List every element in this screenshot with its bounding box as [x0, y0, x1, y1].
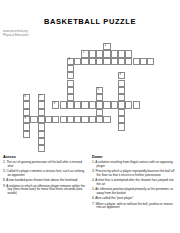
across-clue-list: 2. The act of gaining possession of the … [3, 161, 87, 195]
grid-cell[interactable] [118, 80, 125, 87]
cell-number: 7 [39, 95, 40, 98]
header-note-line2: Physical Education [3, 34, 28, 38]
grid-cell[interactable]: 7 [38, 94, 45, 101]
clue: 4. A shot that is attempted after the sh… [92, 179, 178, 186]
across-heading: Across [3, 156, 87, 160]
grid-cell[interactable] [23, 131, 30, 138]
grid-cell[interactable] [118, 58, 125, 65]
grid-cell[interactable] [38, 109, 45, 116]
cell-number: 1 [105, 44, 106, 47]
grid-cell[interactable] [111, 50, 118, 57]
grid-cell[interactable] [74, 116, 81, 123]
grid-cell[interactable]: 1 [103, 43, 110, 50]
clue: 6. Also called the "post player" [92, 197, 178, 201]
grid-cell[interactable] [89, 50, 96, 57]
grid-cell[interactable] [67, 80, 74, 87]
down-clue-list: 1. A violation resulting from illegal co… [92, 161, 178, 210]
grid-cell[interactable] [81, 101, 88, 108]
grid-cell[interactable] [96, 101, 103, 108]
grid-cell[interactable] [60, 116, 67, 123]
grid-cell[interactable] [38, 123, 45, 130]
cell-number: 2 [83, 51, 84, 54]
cell-number: 3 [68, 58, 69, 61]
grid-cell[interactable] [38, 131, 45, 138]
grid-cell[interactable]: 3 [67, 58, 74, 65]
grid-cell[interactable] [52, 116, 59, 123]
grid-cell[interactable] [118, 94, 125, 101]
cell-number: 8 [54, 102, 55, 105]
header-note: www.pecentral.org Physical Education [3, 30, 28, 37]
page-title: BASKETBALL PUZZLE [0, 17, 180, 26]
grid-cell[interactable] [23, 101, 30, 108]
clue: 7. When a player, with or without the ba… [92, 203, 178, 210]
grid-cell[interactable] [111, 58, 118, 65]
grid-cell[interactable] [118, 87, 125, 94]
grid-cell[interactable] [67, 72, 74, 79]
grid-cell[interactable] [38, 145, 45, 152]
grid-cell[interactable] [89, 101, 96, 108]
clue: 9. A violation in which an offensive pla… [3, 185, 87, 196]
grid-cell[interactable] [96, 116, 103, 123]
grid-cell[interactable] [147, 58, 154, 65]
clue: 3. Called if a player commits a serious … [3, 170, 87, 177]
grid-cell[interactable] [125, 101, 132, 108]
grid-cell[interactable] [118, 116, 125, 123]
grid-cell[interactable] [89, 58, 96, 65]
clue: 2. The act of gaining possession of the … [3, 161, 87, 168]
grid-cell[interactable] [38, 101, 45, 108]
grid-cell[interactable] [133, 101, 140, 108]
grid-cell[interactable] [118, 101, 125, 108]
cell-number: 6 [25, 95, 26, 98]
grid-cell[interactable] [60, 101, 67, 108]
grid-cell[interactable] [81, 116, 88, 123]
clue: 3. Process by which a player repeatedly … [92, 170, 178, 177]
grid-cell[interactable] [125, 58, 132, 65]
down-heading: Down [92, 156, 178, 160]
grid-cell[interactable] [118, 123, 125, 130]
grid-cell[interactable]: 6 [23, 94, 30, 101]
grid-cell[interactable] [96, 50, 103, 57]
grid-cell[interactable] [103, 101, 110, 108]
grid-cell[interactable]: 2 [81, 50, 88, 57]
grid-cell[interactable] [67, 116, 74, 123]
cell-number: 9 [25, 117, 26, 120]
grid-cell[interactable] [38, 116, 45, 123]
grid-cell[interactable] [103, 58, 110, 65]
grid-cell[interactable] [81, 58, 88, 65]
clue: 1. A violation resulting from illegal co… [92, 161, 178, 168]
grid-cell[interactable] [67, 101, 74, 108]
grid-cell[interactable] [23, 109, 30, 116]
grid-cell[interactable] [89, 116, 96, 123]
clue: 5. An offensive position played primaril… [92, 188, 178, 195]
grid-cell[interactable] [133, 58, 140, 65]
cell-number: 5 [98, 88, 99, 91]
grid-cell[interactable] [96, 58, 103, 65]
grid-cell[interactable] [74, 101, 81, 108]
grid-cell[interactable] [74, 58, 81, 65]
grid-cell[interactable] [118, 50, 125, 57]
grid-cell[interactable] [67, 87, 74, 94]
grid-cell[interactable] [38, 138, 45, 145]
grid-cell[interactable]: 8 [52, 101, 59, 108]
grid-cell[interactable]: 9 [23, 116, 30, 123]
grid-cell[interactable] [111, 101, 118, 108]
grid-cell[interactable] [45, 116, 52, 123]
worksheet-page: { "game": "crossword", "title": "BASKETB… [0, 0, 180, 233]
grid-cell[interactable] [30, 116, 37, 123]
grid-cell[interactable] [67, 94, 74, 101]
grid-cell[interactable] [96, 109, 103, 116]
grid-cell[interactable] [103, 116, 110, 123]
clue: 8. A two-handed pass thrown from above t… [3, 179, 87, 183]
grid-cell[interactable] [67, 65, 74, 72]
across-clues-section: Across 2. The act of gaining possession … [3, 156, 87, 197]
grid-cell[interactable] [103, 50, 110, 57]
grid-cell[interactable] [125, 50, 132, 57]
grid-cell[interactable]: 5 [96, 87, 103, 94]
crossword-grid: 123456789 [23, 43, 155, 153]
grid-cell[interactable] [23, 123, 30, 130]
grid-cell[interactable] [140, 58, 147, 65]
grid-cell[interactable]: 4 [118, 72, 125, 79]
cell-number: 4 [119, 73, 120, 76]
grid-cell[interactable] [118, 109, 125, 116]
down-clues-section: Down 1. A violation resulting from illeg… [92, 156, 178, 212]
grid-cell[interactable] [96, 94, 103, 101]
